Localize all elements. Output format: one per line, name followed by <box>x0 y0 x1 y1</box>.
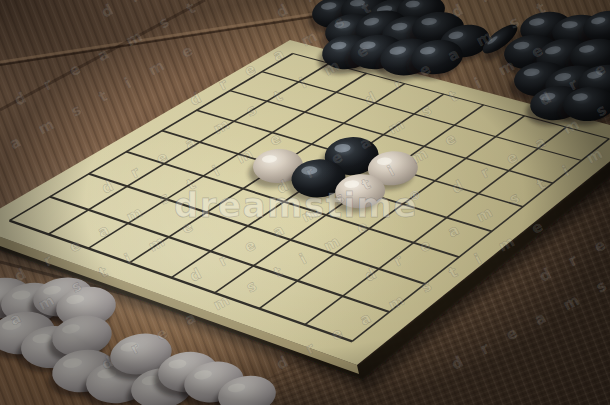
go-board-photo: dreamstimedreamstimedreamstimedreamstime… <box>0 0 610 405</box>
watermark-text: dreamstime <box>174 185 418 225</box>
watermark-registered: ® <box>409 189 421 203</box>
photo-canvas: dreamstimedreamstimedreamstimedreamstime… <box>0 0 610 405</box>
